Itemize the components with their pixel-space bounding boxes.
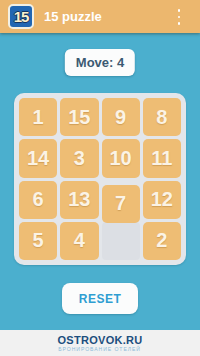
tile-9[interactable]: 9 <box>102 98 140 136</box>
app-bar: 15 15 puzzle <box>0 0 200 33</box>
tile-8[interactable]: 8 <box>143 98 181 136</box>
tile-10[interactable]: 10 <box>102 139 140 177</box>
app-logo-icon: 15 <box>8 4 34 29</box>
tile-13[interactable]: 13 <box>60 181 98 219</box>
reset-button[interactable]: RESET <box>62 283 138 314</box>
tile-4[interactable]: 4 <box>60 222 98 260</box>
tile-7[interactable]: 7 <box>102 185 140 223</box>
empty-cell <box>102 222 140 260</box>
tile-6[interactable]: 6 <box>19 181 57 219</box>
ad-brand-text: OSTROVOK.RU <box>57 334 142 346</box>
board: 115981431011613712542 <box>14 93 186 265</box>
kebab-menu-icon[interactable] <box>177 9 181 25</box>
tile-2[interactable]: 2 <box>143 222 181 260</box>
app-title: 15 puzzle <box>44 0 102 33</box>
app-screen: 15 15 puzzle Move: 4 1159814310116137125… <box>0 0 200 356</box>
tile-3[interactable]: 3 <box>60 139 98 177</box>
move-counter: Move: 4 <box>65 49 135 76</box>
tile-5[interactable]: 5 <box>19 222 57 260</box>
ad-banner[interactable]: OSTROVOK.RU БРОНИРОВАНИЕ ОТЕЛЕЙ <box>0 330 200 356</box>
tile-15[interactable]: 15 <box>60 98 98 136</box>
tile-12[interactable]: 12 <box>143 181 181 219</box>
tile-11[interactable]: 11 <box>143 139 181 177</box>
tile-14[interactable]: 14 <box>19 139 57 177</box>
ad-tagline-text: БРОНИРОВАНИЕ ОТЕЛЕЙ <box>59 346 142 352</box>
tile-1[interactable]: 1 <box>19 98 57 136</box>
